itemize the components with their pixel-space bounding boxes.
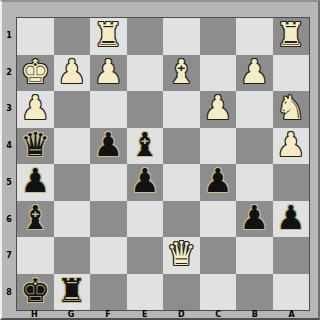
white-pawn[interactable]: ♟ [57,54,87,90]
square-f4[interactable]: ♟ [90,128,127,165]
square-d7[interactable]: ♛ [163,237,200,274]
white-queen[interactable]: ♛ [166,236,196,272]
black-bishop[interactable]: ♝ [130,127,160,163]
square-e3[interactable] [127,91,164,128]
square-c5[interactable]: ♟ [200,164,237,201]
black-pawn[interactable]: ♟ [130,163,160,199]
black-bishop[interactable]: ♝ [20,200,50,236]
square-f8[interactable] [90,274,127,311]
white-bishop[interactable]: ♝ [166,54,196,90]
rank-label-4: 4 [2,127,16,164]
square-e2[interactable] [127,55,164,92]
square-h2[interactable]: ♚ [17,55,54,92]
black-pawn[interactable]: ♟ [276,200,306,236]
square-e4[interactable]: ♝ [127,128,164,165]
square-g1[interactable] [54,18,91,55]
black-pawn[interactable]: ♟ [93,127,123,163]
square-a3[interactable]: ♞ [273,91,310,128]
square-c6[interactable] [200,201,237,238]
black-rook[interactable]: ♜ [57,273,87,309]
square-d5[interactable] [163,164,200,201]
square-b7[interactable] [236,237,273,274]
file-label-g: G [53,310,90,318]
square-b1[interactable] [236,18,273,55]
file-labels: H G F E D C B A [16,310,310,318]
white-king[interactable]: ♚ [20,54,50,90]
black-queen[interactable]: ♛ [20,127,50,163]
white-knight[interactable]: ♞ [276,90,306,126]
white-pawn[interactable]: ♟ [203,90,233,126]
white-pawn[interactable]: ♟ [93,54,123,90]
square-b4[interactable] [236,128,273,165]
square-g3[interactable] [54,91,91,128]
rank-label-7: 7 [2,238,16,275]
square-f1[interactable]: ♜ [90,18,127,55]
square-c2[interactable] [200,55,237,92]
square-e5[interactable]: ♟ [127,164,164,201]
black-pawn[interactable]: ♟ [239,200,269,236]
square-a2[interactable] [273,55,310,92]
square-a1[interactable]: ♜ [273,18,310,55]
rank-labels: 1 2 3 4 5 6 7 8 [2,17,16,311]
square-d1[interactable] [163,18,200,55]
square-h7[interactable] [17,237,54,274]
square-h5[interactable]: ♟ [17,164,54,201]
square-d3[interactable] [163,91,200,128]
black-pawn[interactable]: ♟ [20,163,50,199]
square-f7[interactable] [90,237,127,274]
square-a8[interactable] [273,274,310,311]
chess-board: ♜♜♚♟♟♝♟♟♟♞♛♟♝♟♟♟♟♝♟♟♛♚♜ [16,17,310,311]
square-d4[interactable] [163,128,200,165]
square-g7[interactable] [54,237,91,274]
square-h8[interactable]: ♚ [17,274,54,311]
square-e1[interactable] [127,18,164,55]
square-d2[interactable]: ♝ [163,55,200,92]
file-label-b: B [237,310,274,318]
square-h6[interactable]: ♝ [17,201,54,238]
rank-label-2: 2 [2,54,16,91]
rank-label-1: 1 [2,17,16,54]
square-h1[interactable] [17,18,54,55]
square-e8[interactable] [127,274,164,311]
square-b2[interactable]: ♟ [236,55,273,92]
square-a5[interactable] [273,164,310,201]
rank-label-5: 5 [2,164,16,201]
square-g2[interactable]: ♟ [54,55,91,92]
square-a4[interactable]: ♟ [273,128,310,165]
chess-diagram-frame: 1 2 3 4 5 6 7 8 ♜♜♚♟♟♝♟♟♟♞♛♟♝♟♟♟♟♝♟♟♛♚♜ … [0,0,320,320]
square-f5[interactable] [90,164,127,201]
square-d8[interactable] [163,274,200,311]
file-label-a: A [273,310,310,318]
square-f3[interactable] [90,91,127,128]
square-c8[interactable] [200,274,237,311]
white-pawn[interactable]: ♟ [239,54,269,90]
square-g5[interactable] [54,164,91,201]
white-pawn[interactable]: ♟ [20,90,50,126]
rank-label-8: 8 [2,274,16,311]
square-g4[interactable] [54,128,91,165]
rank-label-6: 6 [2,201,16,238]
square-a7[interactable] [273,237,310,274]
square-h4[interactable]: ♛ [17,128,54,165]
black-pawn[interactable]: ♟ [203,163,233,199]
file-label-d: D [163,310,200,318]
square-b6[interactable]: ♟ [236,201,273,238]
rank-label-3: 3 [2,91,16,128]
square-e7[interactable] [127,237,164,274]
black-king[interactable]: ♚ [20,273,50,309]
square-c4[interactable] [200,128,237,165]
square-d6[interactable] [163,201,200,238]
square-f2[interactable]: ♟ [90,55,127,92]
square-b5[interactable] [236,164,273,201]
square-c1[interactable] [200,18,237,55]
white-rook[interactable]: ♜ [276,17,306,53]
square-c7[interactable] [200,237,237,274]
file-label-f: F [90,310,127,318]
square-c3[interactable]: ♟ [200,91,237,128]
file-label-h: H [16,310,53,318]
square-f6[interactable] [90,201,127,238]
square-g6[interactable] [54,201,91,238]
file-label-e: E [126,310,163,318]
white-rook[interactable]: ♜ [93,17,123,53]
white-pawn[interactable]: ♟ [276,127,306,163]
square-a6[interactable]: ♟ [273,201,310,238]
square-g8[interactable]: ♜ [54,274,91,311]
square-b3[interactable] [236,91,273,128]
square-e6[interactable] [127,201,164,238]
square-h3[interactable]: ♟ [17,91,54,128]
file-label-c: C [200,310,237,318]
square-b8[interactable] [236,274,273,311]
